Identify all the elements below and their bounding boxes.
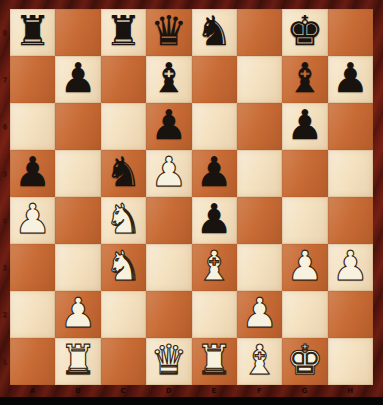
file-label-c: C	[101, 385, 146, 397]
square-f7[interactable]	[237, 56, 282, 103]
white-pawn-h3[interactable]: ♟	[332, 244, 369, 290]
square-d5[interactable]: ♟	[146, 150, 191, 197]
white-pawn-d5[interactable]: ♟	[150, 150, 187, 196]
square-f4[interactable]	[237, 197, 282, 244]
black-pawn-h7[interactable]: ♟	[332, 56, 369, 102]
square-a7[interactable]	[10, 56, 55, 103]
square-c7[interactable]	[101, 56, 146, 103]
square-g5[interactable]	[282, 150, 327, 197]
file-label-f: F	[237, 385, 282, 397]
square-b8[interactable]	[55, 9, 100, 56]
square-g1[interactable]: ♚	[282, 338, 327, 385]
square-e2[interactable]	[192, 291, 237, 338]
square-a6[interactable]	[10, 103, 55, 150]
square-c1[interactable]	[101, 338, 146, 385]
file-label-b: B	[55, 385, 100, 397]
rank-label-1: 1	[0, 338, 10, 385]
square-f8[interactable]	[237, 9, 282, 56]
rank-label-7: 7	[0, 56, 10, 103]
black-rook-a8[interactable]: ♜	[14, 9, 51, 55]
white-bishop-f1[interactable]: ♝	[241, 338, 278, 384]
white-king-g1[interactable]: ♚	[287, 338, 324, 384]
file-label-h: H	[328, 385, 373, 397]
white-queen-d1[interactable]: ♛	[150, 338, 187, 384]
white-pawn-f2[interactable]: ♟	[241, 291, 278, 337]
square-h2[interactable]	[328, 291, 373, 338]
square-d1[interactable]: ♛	[146, 338, 191, 385]
square-h6[interactable]	[328, 103, 373, 150]
square-e5[interactable]: ♟	[192, 150, 237, 197]
square-d8[interactable]: ♛	[146, 9, 191, 56]
black-rook-c8[interactable]: ♜	[105, 9, 142, 55]
square-d3[interactable]	[146, 244, 191, 291]
square-e8[interactable]: ♞	[192, 9, 237, 56]
square-b5[interactable]	[55, 150, 100, 197]
square-b4[interactable]	[55, 197, 100, 244]
bottom-bar	[0, 397, 383, 405]
white-knight-c3[interactable]: ♞	[105, 244, 142, 290]
black-pawn-e5[interactable]: ♟	[196, 150, 233, 196]
file-label-e: E	[192, 385, 237, 397]
square-a3[interactable]	[10, 244, 55, 291]
file-labels: ABCDEFGH	[10, 385, 373, 397]
black-king-g8[interactable]: ♚	[287, 9, 324, 55]
rank-label-4: 4	[0, 197, 10, 244]
square-b7[interactable]: ♟	[55, 56, 100, 103]
black-knight-c5[interactable]: ♞	[105, 150, 142, 196]
square-a8[interactable]: ♜	[10, 9, 55, 56]
white-knight-c4[interactable]: ♞	[105, 197, 142, 243]
square-d6[interactable]: ♟	[146, 103, 191, 150]
square-h7[interactable]: ♟	[328, 56, 373, 103]
square-b2[interactable]: ♟	[55, 291, 100, 338]
black-queen-d8[interactable]: ♛	[150, 9, 187, 55]
rank-label-6: 6	[0, 103, 10, 150]
square-a4[interactable]: ♟	[10, 197, 55, 244]
white-rook-e1[interactable]: ♜	[196, 338, 233, 384]
file-label-d: D	[146, 385, 191, 397]
square-f6[interactable]	[237, 103, 282, 150]
square-g2[interactable]	[282, 291, 327, 338]
square-a5[interactable]: ♟	[10, 150, 55, 197]
square-g8[interactable]: ♚	[282, 9, 327, 56]
square-c4[interactable]: ♞	[101, 197, 146, 244]
square-e1[interactable]: ♜	[192, 338, 237, 385]
file-label-a: A	[10, 385, 55, 397]
black-knight-e8[interactable]: ♞	[196, 9, 233, 55]
square-e6[interactable]	[192, 103, 237, 150]
square-b1[interactable]: ♜	[55, 338, 100, 385]
rank-label-3: 3	[0, 244, 10, 291]
square-h8[interactable]	[328, 9, 373, 56]
square-c2[interactable]	[101, 291, 146, 338]
board-frame: 87654321 ♜♜♛♞♚♟♝♝♟♟♟♟♞♟♟♟♞♟♞♝♟♟♟♟♜♛♜♝♚ A…	[0, 0, 383, 397]
chess-board: ♜♜♛♞♚♟♝♝♟♟♟♟♞♟♟♟♞♟♞♝♟♟♟♟♜♛♜♝♚	[10, 9, 373, 385]
white-pawn-b2[interactable]: ♟	[60, 291, 97, 337]
rank-labels: 87654321	[0, 9, 10, 385]
black-bishop-g7[interactable]: ♝	[287, 56, 324, 102]
square-f2[interactable]: ♟	[237, 291, 282, 338]
rank-label-5: 5	[0, 150, 10, 197]
white-bishop-e3[interactable]: ♝	[196, 244, 233, 290]
square-g3[interactable]: ♟	[282, 244, 327, 291]
square-f1[interactable]: ♝	[237, 338, 282, 385]
black-pawn-g6[interactable]: ♟	[287, 103, 324, 149]
file-label-g: G	[282, 385, 327, 397]
black-pawn-e4[interactable]: ♟	[196, 197, 233, 243]
white-rook-b1[interactable]: ♜	[60, 338, 97, 384]
chess-app-screen: 87654321 ♜♜♛♞♚♟♝♝♟♟♟♟♞♟♟♟♞♟♞♝♟♟♟♟♜♛♜♝♚ A…	[0, 0, 383, 405]
square-b3[interactable]	[55, 244, 100, 291]
square-d4[interactable]	[146, 197, 191, 244]
white-pawn-a4[interactable]: ♟	[14, 197, 51, 243]
square-f5[interactable]	[237, 150, 282, 197]
square-e4[interactable]: ♟	[192, 197, 237, 244]
square-g6[interactable]: ♟	[282, 103, 327, 150]
square-c6[interactable]	[101, 103, 146, 150]
white-pawn-g3[interactable]: ♟	[287, 244, 324, 290]
rank-label-8: 8	[0, 9, 10, 56]
black-bishop-d7[interactable]: ♝	[150, 56, 187, 102]
square-h5[interactable]	[328, 150, 373, 197]
black-pawn-d6[interactable]: ♟	[150, 103, 187, 149]
square-a1[interactable]	[10, 338, 55, 385]
square-c3[interactable]: ♞	[101, 244, 146, 291]
square-e7[interactable]	[192, 56, 237, 103]
square-d2[interactable]	[146, 291, 191, 338]
rank-label-2: 2	[0, 291, 10, 338]
square-e3[interactable]: ♝	[192, 244, 237, 291]
square-h3[interactable]: ♟	[328, 244, 373, 291]
square-b6[interactable]	[55, 103, 100, 150]
black-pawn-a5[interactable]: ♟	[14, 150, 51, 196]
square-g4[interactable]	[282, 197, 327, 244]
square-d7[interactable]: ♝	[146, 56, 191, 103]
square-h4[interactable]	[328, 197, 373, 244]
square-c5[interactable]: ♞	[101, 150, 146, 197]
square-f3[interactable]	[237, 244, 282, 291]
square-c8[interactable]: ♜	[101, 9, 146, 56]
square-g7[interactable]: ♝	[282, 56, 327, 103]
black-pawn-b7[interactable]: ♟	[60, 56, 97, 102]
square-h1[interactable]	[328, 338, 373, 385]
square-a2[interactable]	[10, 291, 55, 338]
